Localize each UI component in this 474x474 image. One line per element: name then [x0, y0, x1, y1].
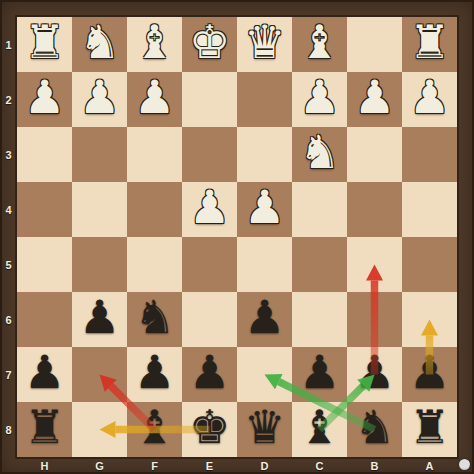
square-g8[interactable] [72, 402, 127, 457]
square-g3[interactable] [72, 127, 127, 182]
piece-white-P-f2[interactable]: ♟ [134, 70, 175, 125]
piece-white-P-d4[interactable]: ♟ [244, 180, 285, 235]
piece-white-P-c2[interactable]: ♟ [299, 70, 340, 125]
piece-black-P-d6[interactable]: ♟ [244, 290, 285, 345]
square-f2[interactable]: ♟ [127, 72, 182, 127]
square-c3[interactable]: ♞ [292, 127, 347, 182]
square-c2[interactable]: ♟ [292, 72, 347, 127]
piece-black-P-c7[interactable]: ♟ [299, 345, 340, 400]
rank-label-4: 4 [0, 182, 17, 237]
square-b7[interactable]: ♟ [347, 347, 402, 402]
file-label-g: G [72, 457, 127, 474]
piece-black-Q-d8[interactable]: ♛ [244, 400, 285, 455]
square-f7[interactable]: ♟ [127, 347, 182, 402]
piece-white-K-e1[interactable]: ♚ [189, 15, 230, 70]
square-a2[interactable]: ♟ [402, 72, 457, 127]
file-labels: HGFEDCBA [17, 457, 457, 474]
square-a4[interactable] [402, 182, 457, 237]
square-b6[interactable] [347, 292, 402, 347]
square-c8[interactable]: ♝ [292, 402, 347, 457]
chess-board-frame: 12345678 HGFEDCBA ♜♞♝♚♛♝♜♟♟♟♟♟♟♞♟♟♟♞♟♟♟♟… [0, 0, 474, 474]
rank-label-6: 6 [0, 292, 17, 347]
square-c6[interactable] [292, 292, 347, 347]
piece-white-P-h2[interactable]: ♟ [24, 70, 65, 125]
piece-black-B-c8[interactable]: ♝ [299, 400, 340, 455]
rank-label-2: 2 [0, 72, 17, 127]
square-f3[interactable] [127, 127, 182, 182]
piece-white-P-b2[interactable]: ♟ [354, 70, 395, 125]
piece-black-R-h8[interactable]: ♜ [24, 400, 65, 455]
square-a6[interactable] [402, 292, 457, 347]
square-d1[interactable]: ♛ [237, 17, 292, 72]
square-e6[interactable] [182, 292, 237, 347]
square-g2[interactable]: ♟ [72, 72, 127, 127]
square-e3[interactable] [182, 127, 237, 182]
file-label-c: C [292, 457, 347, 474]
square-a5[interactable] [402, 237, 457, 292]
square-d3[interactable] [237, 127, 292, 182]
square-d4[interactable]: ♟ [237, 182, 292, 237]
piece-black-P-g6[interactable]: ♟ [79, 290, 120, 345]
piece-white-R-h1[interactable]: ♜ [24, 15, 65, 70]
square-g1[interactable]: ♞ [72, 17, 127, 72]
file-label-f: F [127, 457, 182, 474]
piece-white-Q-d1[interactable]: ♛ [244, 15, 285, 70]
square-e8[interactable]: ♚ [182, 402, 237, 457]
piece-black-B-f8[interactable]: ♝ [134, 400, 175, 455]
square-c7[interactable]: ♟ [292, 347, 347, 402]
piece-white-B-c1[interactable]: ♝ [299, 15, 340, 70]
rank-labels: 12345678 [0, 17, 17, 457]
square-f5[interactable] [127, 237, 182, 292]
piece-black-R-a8[interactable]: ♜ [409, 400, 450, 455]
square-e2[interactable] [182, 72, 237, 127]
piece-black-P-a7[interactable]: ♟ [409, 345, 450, 400]
square-c1[interactable]: ♝ [292, 17, 347, 72]
square-f4[interactable] [127, 182, 182, 237]
square-a7[interactable]: ♟ [402, 347, 457, 402]
square-b1[interactable] [347, 17, 402, 72]
piece-black-N-b8[interactable]: ♞ [354, 400, 395, 455]
square-h6[interactable] [17, 292, 72, 347]
rank-label-8: 8 [0, 402, 17, 457]
square-h2[interactable]: ♟ [17, 72, 72, 127]
piece-white-P-e4[interactable]: ♟ [189, 180, 230, 235]
rank-label-5: 5 [0, 237, 17, 292]
file-label-a: A [402, 457, 457, 474]
rank-label-1: 1 [0, 17, 17, 72]
square-h5[interactable] [17, 237, 72, 292]
square-h8[interactable]: ♜ [17, 402, 72, 457]
square-b2[interactable]: ♟ [347, 72, 402, 127]
piece-black-N-f6[interactable]: ♞ [134, 290, 175, 345]
square-b8[interactable]: ♞ [347, 402, 402, 457]
piece-black-P-f7[interactable]: ♟ [134, 345, 175, 400]
square-g7[interactable] [72, 347, 127, 402]
square-a3[interactable] [402, 127, 457, 182]
white-to-move-indicator [459, 459, 470, 470]
rank-label-3: 3 [0, 127, 17, 182]
square-b4[interactable] [347, 182, 402, 237]
square-e1[interactable]: ♚ [182, 17, 237, 72]
square-e7[interactable]: ♟ [182, 347, 237, 402]
square-h3[interactable] [17, 127, 72, 182]
square-h4[interactable] [17, 182, 72, 237]
square-c4[interactable] [292, 182, 347, 237]
board-grid: ♜♞♝♚♛♝♜♟♟♟♟♟♟♞♟♟♟♞♟♟♟♟♟♟♟♜♝♚♛♝♞♜ [17, 17, 457, 457]
piece-white-N-c3[interactable]: ♞ [299, 125, 340, 180]
file-label-b: B [347, 457, 402, 474]
square-d7[interactable] [237, 347, 292, 402]
piece-white-B-f1[interactable]: ♝ [134, 15, 175, 70]
piece-black-P-h7[interactable]: ♟ [24, 345, 65, 400]
piece-white-P-a2[interactable]: ♟ [409, 70, 450, 125]
square-c5[interactable] [292, 237, 347, 292]
square-g4[interactable] [72, 182, 127, 237]
square-h7[interactable]: ♟ [17, 347, 72, 402]
square-h1[interactable]: ♜ [17, 17, 72, 72]
file-label-h: H [17, 457, 72, 474]
square-a1[interactable]: ♜ [402, 17, 457, 72]
square-b3[interactable] [347, 127, 402, 182]
square-b5[interactable] [347, 237, 402, 292]
square-d8[interactable]: ♛ [237, 402, 292, 457]
square-e5[interactable] [182, 237, 237, 292]
square-d5[interactable] [237, 237, 292, 292]
square-f6[interactable]: ♞ [127, 292, 182, 347]
file-label-d: D [237, 457, 292, 474]
piece-white-N-g1[interactable]: ♞ [79, 15, 120, 70]
piece-black-P-e7[interactable]: ♟ [189, 345, 230, 400]
file-label-e: E [182, 457, 237, 474]
rank-label-7: 7 [0, 347, 17, 402]
square-d6[interactable]: ♟ [237, 292, 292, 347]
piece-white-R-a1[interactable]: ♜ [409, 15, 450, 70]
piece-black-P-b7[interactable]: ♟ [354, 345, 395, 400]
piece-black-K-e8[interactable]: ♚ [189, 400, 230, 455]
square-e4[interactable]: ♟ [182, 182, 237, 237]
square-f1[interactable]: ♝ [127, 17, 182, 72]
square-g5[interactable] [72, 237, 127, 292]
square-g6[interactable]: ♟ [72, 292, 127, 347]
square-a8[interactable]: ♜ [402, 402, 457, 457]
piece-white-P-g2[interactable]: ♟ [79, 70, 120, 125]
square-f8[interactable]: ♝ [127, 402, 182, 457]
square-d2[interactable] [237, 72, 292, 127]
